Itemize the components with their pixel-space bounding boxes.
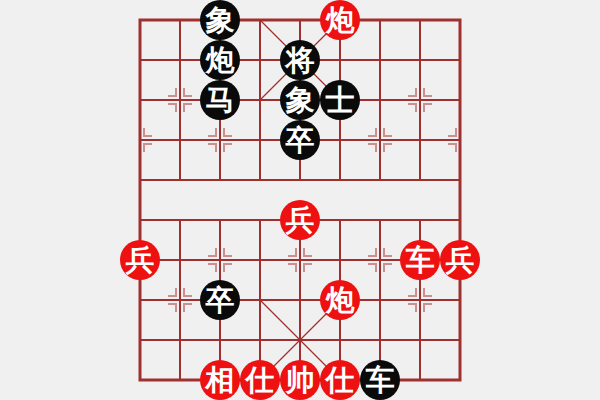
piece-red-advisor[interactable]: 仕 [320, 360, 360, 400]
piece-black-cannon[interactable]: 炮 [200, 40, 240, 80]
piece-black-advisor[interactable]: 士 [320, 80, 360, 120]
piece-red-chariot[interactable]: 车 [400, 240, 440, 280]
piece-red-soldier[interactable]: 兵 [440, 240, 480, 280]
piece-red-elephant[interactable]: 相 [200, 360, 240, 400]
piece-black-chariot[interactable]: 车 [360, 360, 400, 400]
piece-red-soldier[interactable]: 兵 [120, 240, 160, 280]
piece-red-soldier[interactable]: 兵 [280, 200, 320, 240]
piece-red-cannon[interactable]: 炮 [320, 0, 360, 40]
piece-red-cannon[interactable]: 炮 [320, 280, 360, 320]
piece-black-soldier[interactable]: 卒 [280, 120, 320, 160]
piece-black-elephant[interactable]: 象 [280, 80, 320, 120]
piece-black-elephant[interactable]: 象 [200, 0, 240, 40]
xiangqi-board: 象炮炮将马象士卒兵兵车兵卒炮相仕帅仕车 [120, 0, 480, 400]
piece-black-general[interactable]: 将 [280, 40, 320, 80]
xiangqi-app: 象炮炮将马象士卒兵兵车兵卒炮相仕帅仕车 [0, 0, 600, 400]
piece-black-horse[interactable]: 马 [200, 80, 240, 120]
piece-red-advisor[interactable]: 仕 [240, 360, 280, 400]
piece-red-general[interactable]: 帅 [280, 360, 320, 400]
piece-black-soldier[interactable]: 卒 [200, 280, 240, 320]
